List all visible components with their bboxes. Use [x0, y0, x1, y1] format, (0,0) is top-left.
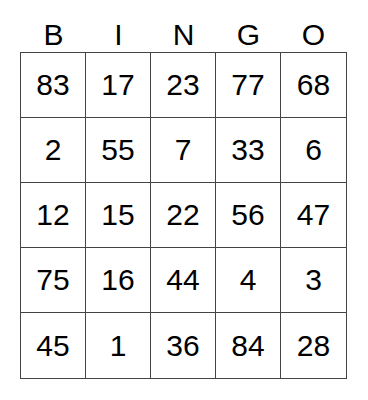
bingo-cell-r3c1[interactable]: 12 [21, 183, 86, 248]
bingo-cell-r4c5[interactable]: 3 [281, 248, 346, 313]
bingo-cell-r2c3[interactable]: 7 [151, 118, 216, 183]
bingo-cell-r3c5[interactable]: 47 [281, 183, 346, 248]
bingo-cell-r1c5[interactable]: 68 [281, 53, 346, 118]
header-letter-o: O [281, 20, 346, 52]
bingo-cell-r1c1[interactable]: 83 [21, 53, 86, 118]
bingo-cell-r5c3[interactable]: 36 [151, 313, 216, 378]
header-letter-b: B [21, 20, 86, 52]
bingo-cell-r5c4[interactable]: 84 [216, 313, 281, 378]
header-letter-g: G [216, 20, 281, 52]
header-letter-i: I [86, 20, 151, 52]
bingo-cell-r5c2[interactable]: 1 [86, 313, 151, 378]
bingo-cell-r2c4[interactable]: 33 [216, 118, 281, 183]
bingo-cell-r3c3[interactable]: 22 [151, 183, 216, 248]
bingo-cell-r3c2[interactable]: 15 [86, 183, 151, 248]
bingo-cell-r5c5[interactable]: 28 [281, 313, 346, 378]
bingo-cell-r1c3[interactable]: 23 [151, 53, 216, 118]
bingo-cell-r4c1[interactable]: 75 [21, 248, 86, 313]
bingo-cell-r2c2[interactable]: 55 [86, 118, 151, 183]
bingo-header: B I N G O [20, 0, 347, 52]
bingo-cell-r5c1[interactable]: 45 [21, 313, 86, 378]
bingo-card: B I N G O 83 17 23 77 68 2 55 7 33 6 12 … [20, 0, 347, 379]
bingo-cell-r3c4[interactable]: 56 [216, 183, 281, 248]
bingo-cell-r4c4[interactable]: 4 [216, 248, 281, 313]
bingo-cell-r4c3[interactable]: 44 [151, 248, 216, 313]
bingo-cell-r4c2[interactable]: 16 [86, 248, 151, 313]
bingo-board: 83 17 23 77 68 2 55 7 33 6 12 15 22 56 4… [20, 52, 347, 379]
bingo-cell-r1c2[interactable]: 17 [86, 53, 151, 118]
header-letter-n: N [151, 20, 216, 52]
bingo-cell-r2c5[interactable]: 6 [281, 118, 346, 183]
bingo-cell-r1c4[interactable]: 77 [216, 53, 281, 118]
bingo-cell-r2c1[interactable]: 2 [21, 118, 86, 183]
